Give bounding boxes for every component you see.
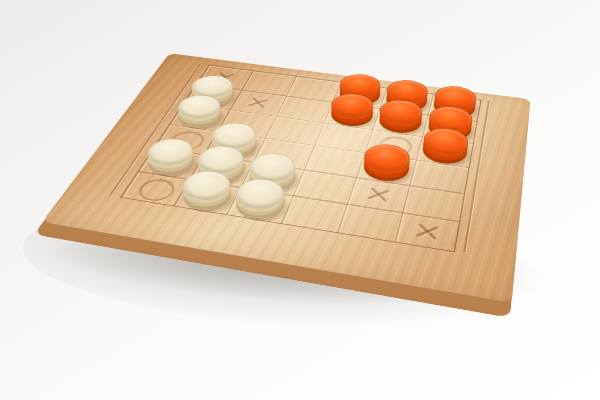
photo-scene [0,0,600,400]
